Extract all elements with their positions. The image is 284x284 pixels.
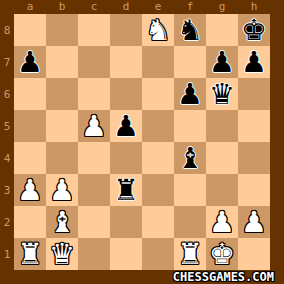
square-g6[interactable]: ♛ bbox=[206, 78, 238, 110]
piece-black-rook-d3[interactable]: ♜ bbox=[110, 174, 142, 206]
piece-black-pawn-h7[interactable]: ♟ bbox=[238, 46, 270, 78]
square-c5[interactable]: ♟ bbox=[78, 110, 110, 142]
square-d4[interactable] bbox=[110, 142, 142, 174]
file-label-e: e bbox=[142, 0, 174, 14]
file-label-a: a bbox=[14, 0, 46, 14]
square-h8[interactable]: ♚ bbox=[238, 14, 270, 46]
piece-white-bishop-b2[interactable]: ♝ bbox=[46, 206, 78, 238]
piece-white-king-g1[interactable]: ♚ bbox=[206, 238, 238, 270]
piece-black-king-h8[interactable]: ♚ bbox=[238, 14, 270, 46]
square-h4[interactable] bbox=[238, 142, 270, 174]
square-b6[interactable] bbox=[46, 78, 78, 110]
file-label-d: d bbox=[110, 0, 142, 14]
square-a5[interactable] bbox=[14, 110, 46, 142]
file-labels: abcdefgh bbox=[14, 0, 270, 14]
square-d3[interactable]: ♜ bbox=[110, 174, 142, 206]
square-c6[interactable] bbox=[78, 78, 110, 110]
chess-diagram: abcdefgh 87654321 ♞♞♚♟♟♟♟♛♟♟♝♟♟♜♝♟♟♜♛♜♚ … bbox=[0, 0, 284, 284]
file-label-f: f bbox=[174, 0, 206, 14]
piece-black-bishop-f4[interactable]: ♝ bbox=[174, 142, 206, 174]
square-a7[interactable]: ♟ bbox=[14, 46, 46, 78]
square-c1[interactable] bbox=[78, 238, 110, 270]
piece-white-pawn-g2[interactable]: ♟ bbox=[206, 206, 238, 238]
piece-white-rook-f1[interactable]: ♜ bbox=[174, 238, 206, 270]
site-logo: CHESSGAMES.COM bbox=[173, 270, 274, 284]
square-e4[interactable] bbox=[142, 142, 174, 174]
piece-black-queen-g6[interactable]: ♛ bbox=[206, 78, 238, 110]
square-a8[interactable] bbox=[14, 14, 46, 46]
square-d5[interactable]: ♟ bbox=[110, 110, 142, 142]
square-b8[interactable] bbox=[46, 14, 78, 46]
square-b7[interactable] bbox=[46, 46, 78, 78]
piece-white-pawn-c5[interactable]: ♟ bbox=[78, 110, 110, 142]
square-a4[interactable] bbox=[14, 142, 46, 174]
rank-label-7: 7 bbox=[0, 46, 14, 78]
piece-white-queen-b1[interactable]: ♛ bbox=[46, 238, 78, 270]
square-g8[interactable] bbox=[206, 14, 238, 46]
square-h2[interactable]: ♟ bbox=[238, 206, 270, 238]
square-e2[interactable] bbox=[142, 206, 174, 238]
square-f7[interactable] bbox=[174, 46, 206, 78]
square-a3[interactable]: ♟ bbox=[14, 174, 46, 206]
square-a1[interactable]: ♜ bbox=[14, 238, 46, 270]
square-c2[interactable] bbox=[78, 206, 110, 238]
square-g2[interactable]: ♟ bbox=[206, 206, 238, 238]
square-d7[interactable] bbox=[110, 46, 142, 78]
square-f8[interactable]: ♞ bbox=[174, 14, 206, 46]
square-f1[interactable]: ♜ bbox=[174, 238, 206, 270]
square-e8[interactable]: ♞ bbox=[142, 14, 174, 46]
square-d6[interactable] bbox=[110, 78, 142, 110]
piece-white-pawn-a3[interactable]: ♟ bbox=[14, 174, 46, 206]
square-d1[interactable] bbox=[110, 238, 142, 270]
square-b1[interactable]: ♛ bbox=[46, 238, 78, 270]
square-e7[interactable] bbox=[142, 46, 174, 78]
square-e5[interactable] bbox=[142, 110, 174, 142]
square-f3[interactable] bbox=[174, 174, 206, 206]
square-g1[interactable]: ♚ bbox=[206, 238, 238, 270]
piece-white-knight-e8[interactable]: ♞ bbox=[142, 14, 174, 46]
square-f5[interactable] bbox=[174, 110, 206, 142]
square-f6[interactable]: ♟ bbox=[174, 78, 206, 110]
square-a2[interactable] bbox=[14, 206, 46, 238]
rank-label-3: 3 bbox=[0, 174, 14, 206]
square-c4[interactable] bbox=[78, 142, 110, 174]
square-d8[interactable] bbox=[110, 14, 142, 46]
square-b5[interactable] bbox=[46, 110, 78, 142]
square-f2[interactable] bbox=[174, 206, 206, 238]
piece-black-pawn-d5[interactable]: ♟ bbox=[110, 110, 142, 142]
chess-board: ♞♞♚♟♟♟♟♛♟♟♝♟♟♜♝♟♟♜♛♜♚ bbox=[14, 14, 270, 270]
square-h3[interactable] bbox=[238, 174, 270, 206]
piece-white-pawn-b3[interactable]: ♟ bbox=[46, 174, 78, 206]
square-f4[interactable]: ♝ bbox=[174, 142, 206, 174]
square-d2[interactable] bbox=[110, 206, 142, 238]
piece-black-knight-f8[interactable]: ♞ bbox=[174, 14, 206, 46]
square-b3[interactable]: ♟ bbox=[46, 174, 78, 206]
square-h1[interactable] bbox=[238, 238, 270, 270]
square-g3[interactable] bbox=[206, 174, 238, 206]
square-e3[interactable] bbox=[142, 174, 174, 206]
piece-black-pawn-a7[interactable]: ♟ bbox=[14, 46, 46, 78]
file-label-g: g bbox=[206, 0, 238, 14]
piece-white-pawn-h2[interactable]: ♟ bbox=[238, 206, 270, 238]
square-h6[interactable] bbox=[238, 78, 270, 110]
square-c7[interactable] bbox=[78, 46, 110, 78]
piece-white-rook-a1[interactable]: ♜ bbox=[14, 238, 46, 270]
rank-label-5: 5 bbox=[0, 110, 14, 142]
square-b2[interactable]: ♝ bbox=[46, 206, 78, 238]
piece-black-pawn-f6[interactable]: ♟ bbox=[174, 78, 206, 110]
square-e1[interactable] bbox=[142, 238, 174, 270]
piece-black-pawn-g7[interactable]: ♟ bbox=[206, 46, 238, 78]
square-g7[interactable]: ♟ bbox=[206, 46, 238, 78]
file-label-b: b bbox=[46, 0, 78, 14]
square-h7[interactable]: ♟ bbox=[238, 46, 270, 78]
rank-label-2: 2 bbox=[0, 206, 14, 238]
square-c8[interactable] bbox=[78, 14, 110, 46]
square-g5[interactable] bbox=[206, 110, 238, 142]
rank-labels: 87654321 bbox=[0, 14, 14, 270]
square-h5[interactable] bbox=[238, 110, 270, 142]
rank-label-1: 1 bbox=[0, 238, 14, 270]
square-g4[interactable] bbox=[206, 142, 238, 174]
file-label-c: c bbox=[78, 0, 110, 14]
rank-label-6: 6 bbox=[0, 78, 14, 110]
square-a6[interactable] bbox=[14, 78, 46, 110]
rank-label-8: 8 bbox=[0, 14, 14, 46]
square-b4[interactable] bbox=[46, 142, 78, 174]
file-label-h: h bbox=[238, 0, 270, 14]
rank-label-4: 4 bbox=[0, 142, 14, 174]
square-e6[interactable] bbox=[142, 78, 174, 110]
square-c3[interactable] bbox=[78, 174, 110, 206]
